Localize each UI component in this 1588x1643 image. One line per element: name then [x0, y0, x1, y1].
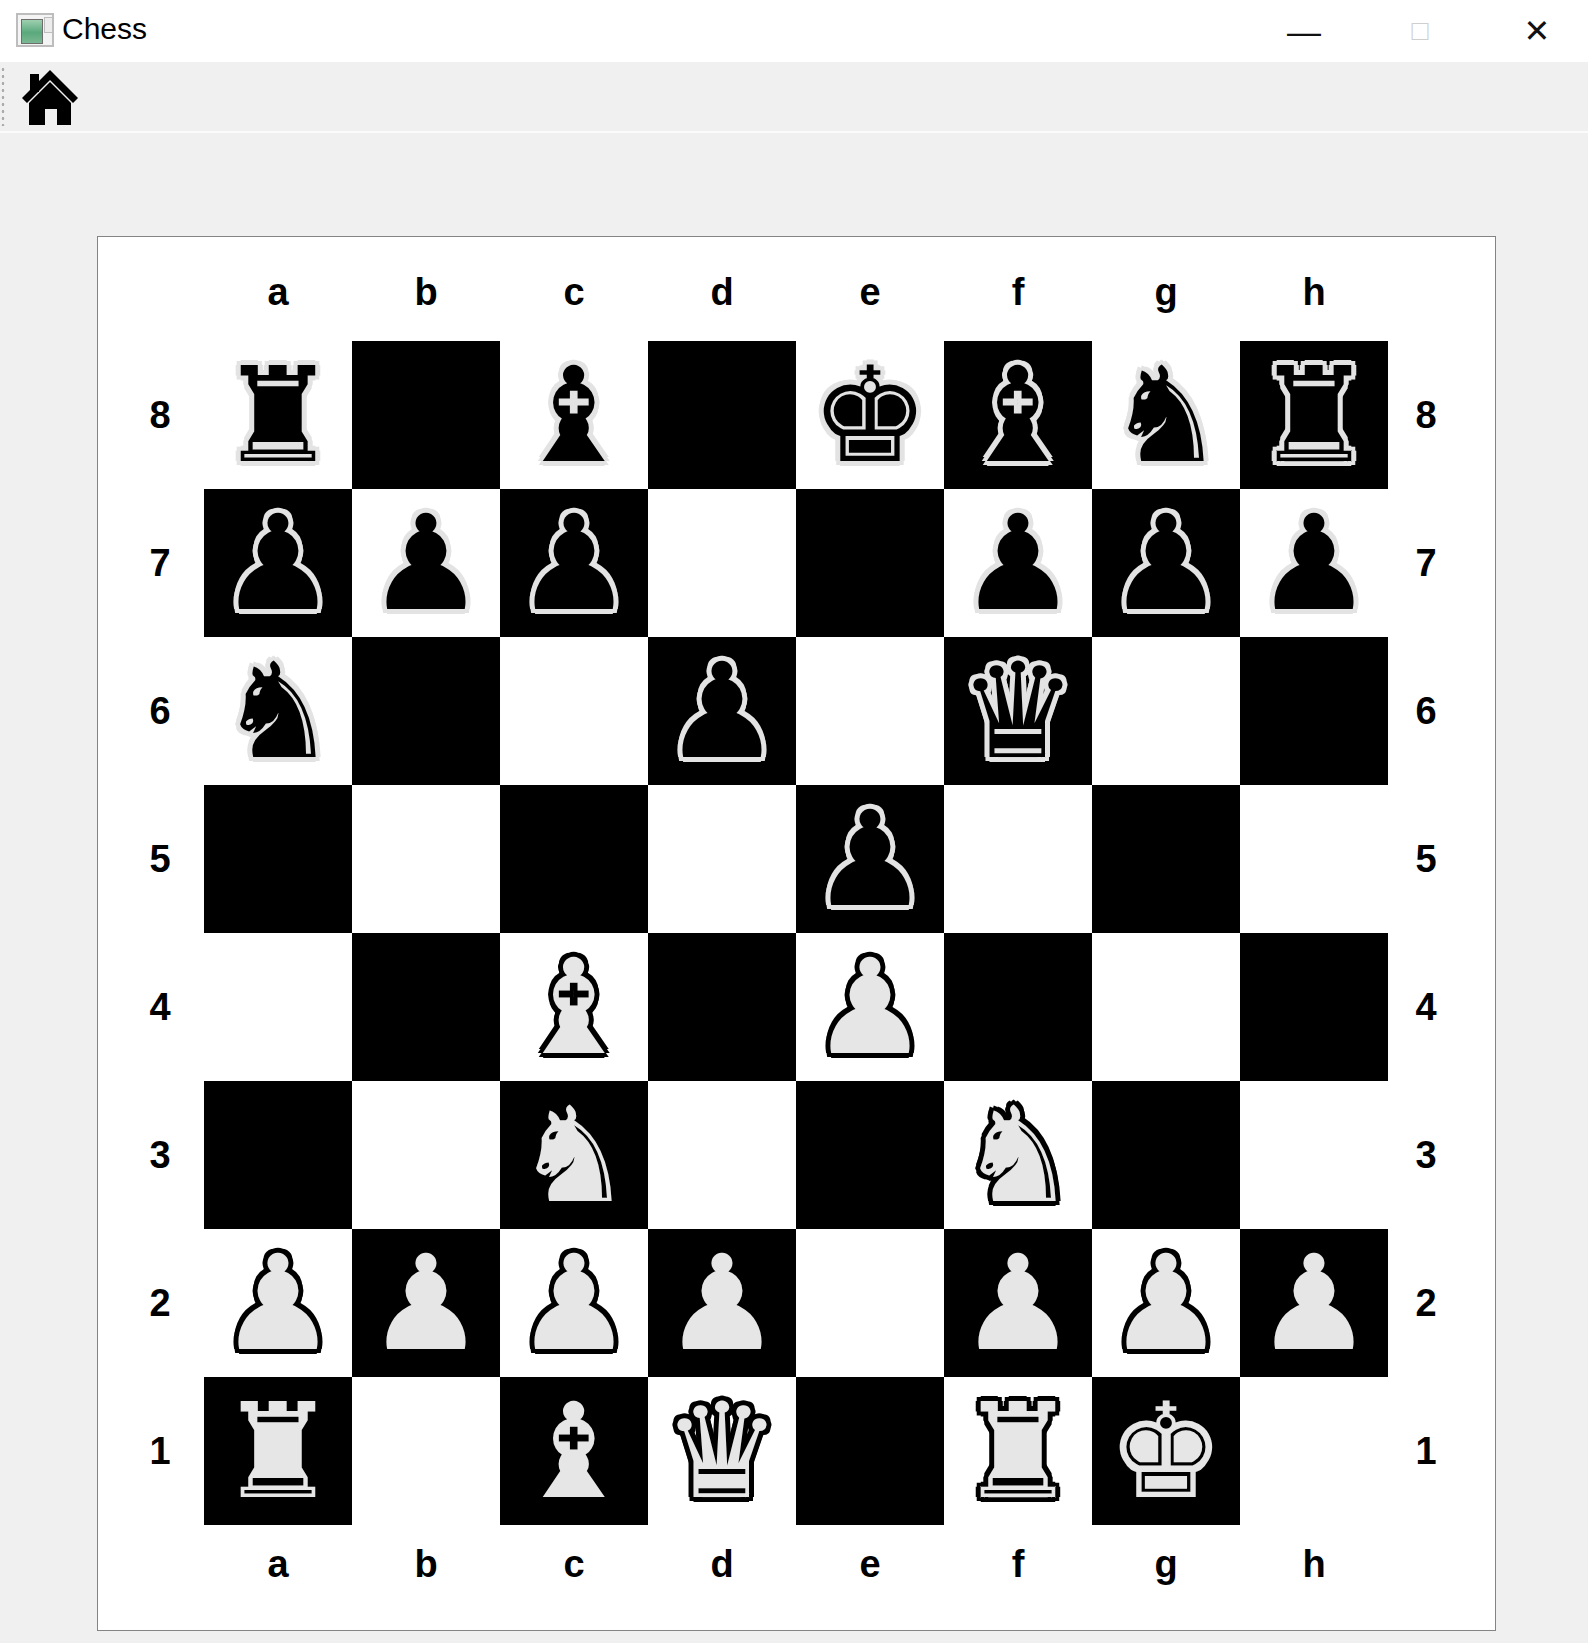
- file-label-d: d: [648, 1538, 796, 1590]
- rank-label-5: 5: [130, 785, 190, 933]
- file-label-h: h: [1240, 266, 1388, 318]
- white-pawn-f2[interactable]: ♟: [959, 1229, 1077, 1377]
- file-label-e: e: [796, 266, 944, 318]
- square-h7[interactable]: ♟: [1240, 489, 1388, 637]
- black-pawn-f7[interactable]: ♟: [959, 489, 1077, 637]
- square-a4[interactable]: [204, 933, 352, 1081]
- file-label-d: d: [648, 266, 796, 318]
- black-pawn-h7[interactable]: ♟: [1255, 489, 1373, 637]
- black-pawn-g7[interactable]: ♟: [1107, 489, 1225, 637]
- rank-label-3: 3: [1396, 1081, 1456, 1229]
- square-a8[interactable]: ♜: [204, 341, 352, 489]
- square-a2[interactable]: ♟: [204, 1229, 352, 1377]
- file-label-a: a: [204, 1538, 352, 1590]
- black-rook-a8[interactable]: ♜: [219, 341, 337, 489]
- square-f3[interactable]: ♞: [944, 1081, 1092, 1229]
- file-label-f: f: [944, 266, 1092, 318]
- title-bar: Chess — □ ✕: [0, 0, 1588, 62]
- square-c2[interactable]: ♟: [500, 1229, 648, 1377]
- white-rook-f1[interactable]: ♜: [959, 1377, 1077, 1525]
- chess-board: ♜♝♚♝♞♜♟♟♟♟♟♟♞♟♛♟♝♟♞♞♟♟♟♟♟♟♟♜♝♛♜♚: [204, 341, 1388, 1525]
- square-d2[interactable]: ♟: [648, 1229, 796, 1377]
- square-b6[interactable]: [352, 637, 500, 785]
- rank-label-2: 2: [1396, 1229, 1456, 1377]
- square-d5[interactable]: [648, 785, 796, 933]
- square-f2[interactable]: ♟: [944, 1229, 1092, 1377]
- black-pawn-e5[interactable]: ♟: [811, 785, 929, 933]
- square-e1[interactable]: [796, 1377, 944, 1525]
- square-h2[interactable]: ♟: [1240, 1229, 1388, 1377]
- square-b4[interactable]: [352, 933, 500, 1081]
- close-button[interactable]: ✕: [1502, 0, 1572, 62]
- white-bishop-c1[interactable]: ♝: [515, 1377, 633, 1525]
- square-a1[interactable]: ♜: [204, 1377, 352, 1525]
- square-g7[interactable]: ♟: [1092, 489, 1240, 637]
- square-e3[interactable]: [796, 1081, 944, 1229]
- rank-label-6: 6: [130, 637, 190, 785]
- square-g8[interactable]: ♞: [1092, 341, 1240, 489]
- toolbar-gripper[interactable]: [1, 66, 5, 126]
- square-b2[interactable]: ♟: [352, 1229, 500, 1377]
- square-g2[interactable]: ♟: [1092, 1229, 1240, 1377]
- rank-label-6: 6: [1396, 637, 1456, 785]
- square-c5[interactable]: [500, 785, 648, 933]
- app-icon: [16, 13, 54, 47]
- home-icon: [21, 69, 79, 125]
- square-e8[interactable]: ♚: [796, 341, 944, 489]
- square-f7[interactable]: ♟: [944, 489, 1092, 637]
- square-d4[interactable]: [648, 933, 796, 1081]
- black-rook-h8[interactable]: ♜: [1255, 341, 1373, 489]
- square-b1[interactable]: [352, 1377, 500, 1525]
- square-f6[interactable]: ♛: [944, 637, 1092, 785]
- square-f4[interactable]: [944, 933, 1092, 1081]
- square-b5[interactable]: [352, 785, 500, 933]
- square-a6[interactable]: ♞: [204, 637, 352, 785]
- square-b8[interactable]: [352, 341, 500, 489]
- square-d6[interactable]: ♟: [648, 637, 796, 785]
- square-g5[interactable]: [1092, 785, 1240, 933]
- square-c3[interactable]: ♞: [500, 1081, 648, 1229]
- file-label-b: b: [352, 1538, 500, 1590]
- white-knight-c3[interactable]: ♞: [515, 1081, 633, 1229]
- rank-label-4: 4: [1396, 933, 1456, 1081]
- file-label-g: g: [1092, 266, 1240, 318]
- black-queen-f6[interactable]: ♛: [959, 637, 1077, 785]
- file-label-f: f: [944, 1538, 1092, 1590]
- square-d7[interactable]: [648, 489, 796, 637]
- rank-label-7: 7: [130, 489, 190, 637]
- black-king-e8[interactable]: ♚: [811, 341, 929, 489]
- rank-label-1: 1: [1396, 1377, 1456, 1525]
- maximize-icon: □: [1412, 15, 1429, 47]
- rank-label-7: 7: [1396, 489, 1456, 637]
- square-h6[interactable]: [1240, 637, 1388, 785]
- square-a7[interactable]: ♟: [204, 489, 352, 637]
- file-label-b: b: [352, 266, 500, 318]
- white-pawn-g2[interactable]: ♟: [1107, 1229, 1225, 1377]
- square-d8[interactable]: [648, 341, 796, 489]
- square-g6[interactable]: [1092, 637, 1240, 785]
- square-c1[interactable]: ♝: [500, 1377, 648, 1525]
- square-g4[interactable]: [1092, 933, 1240, 1081]
- square-e7[interactable]: [796, 489, 944, 637]
- close-icon: ✕: [1524, 12, 1551, 50]
- app-icon-strip: [44, 17, 53, 33]
- rank-label-4: 4: [130, 933, 190, 1081]
- file-labels-top: abcdefgh: [204, 266, 1388, 318]
- rank-label-2: 2: [130, 1229, 190, 1377]
- square-b7[interactable]: ♟: [352, 489, 500, 637]
- white-pawn-b2[interactable]: ♟: [367, 1229, 485, 1377]
- black-knight-g8[interactable]: ♞: [1107, 341, 1225, 489]
- minimize-button[interactable]: —: [1269, 0, 1339, 62]
- white-bishop-c4[interactable]: ♝: [515, 933, 633, 1081]
- rank-labels-left: 87654321: [130, 341, 190, 1525]
- white-pawn-c2[interactable]: ♟: [515, 1229, 633, 1377]
- app-icon-picture: [21, 19, 43, 44]
- square-c8[interactable]: ♝: [500, 341, 648, 489]
- file-label-e: e: [796, 1538, 944, 1590]
- file-label-g: g: [1092, 1538, 1240, 1590]
- square-e4[interactable]: ♟: [796, 933, 944, 1081]
- white-pawn-d2[interactable]: ♟: [663, 1229, 781, 1377]
- square-e6[interactable]: [796, 637, 944, 785]
- maximize-button[interactable]: □: [1385, 0, 1455, 62]
- square-h5[interactable]: [1240, 785, 1388, 933]
- square-c7[interactable]: ♟: [500, 489, 648, 637]
- file-label-h: h: [1240, 1538, 1388, 1590]
- white-pawn-a2[interactable]: ♟: [219, 1229, 337, 1377]
- black-bishop-f8[interactable]: ♝: [959, 341, 1077, 489]
- square-c4[interactable]: ♝: [500, 933, 648, 1081]
- white-knight-f3[interactable]: ♞: [959, 1081, 1077, 1229]
- square-h1[interactable]: [1240, 1377, 1388, 1525]
- white-queen-d1[interactable]: ♛: [663, 1377, 781, 1525]
- file-label-c: c: [500, 1538, 648, 1590]
- black-bishop-c8[interactable]: ♝: [515, 341, 633, 489]
- square-g1[interactable]: ♚: [1092, 1377, 1240, 1525]
- black-knight-a6[interactable]: ♞: [219, 637, 337, 785]
- square-h4[interactable]: [1240, 933, 1388, 1081]
- file-label-a: a: [204, 266, 352, 318]
- black-pawn-a7[interactable]: ♟: [219, 489, 337, 637]
- square-d1[interactable]: ♛: [648, 1377, 796, 1525]
- minimize-icon: —: [1287, 12, 1321, 51]
- file-labels-bottom: abcdefgh: [204, 1538, 1388, 1590]
- square-e5[interactable]: ♟: [796, 785, 944, 933]
- rank-label-5: 5: [1396, 785, 1456, 933]
- black-pawn-c7[interactable]: ♟: [515, 489, 633, 637]
- square-h8[interactable]: ♜: [1240, 341, 1388, 489]
- white-rook-a1[interactable]: ♜: [219, 1377, 337, 1525]
- window-title: Chess: [62, 0, 147, 62]
- square-f5[interactable]: [944, 785, 1092, 933]
- white-pawn-h2[interactable]: ♟: [1255, 1229, 1373, 1377]
- file-label-c: c: [500, 266, 648, 318]
- white-pawn-e4[interactable]: ♟: [811, 933, 929, 1081]
- square-b3[interactable]: [352, 1081, 500, 1229]
- rank-label-3: 3: [130, 1081, 190, 1229]
- rank-labels-right: 87654321: [1396, 341, 1456, 1525]
- square-c6[interactable]: [500, 637, 648, 785]
- square-f8[interactable]: ♝: [944, 341, 1092, 489]
- home-button[interactable]: [18, 66, 82, 128]
- toolbar: [0, 62, 1588, 133]
- white-king-g1[interactable]: ♚: [1107, 1377, 1225, 1525]
- black-pawn-b7[interactable]: ♟: [367, 489, 485, 637]
- square-g3[interactable]: [1092, 1081, 1240, 1229]
- rank-label-8: 8: [130, 341, 190, 489]
- square-h3[interactable]: [1240, 1081, 1388, 1229]
- square-a3[interactable]: [204, 1081, 352, 1229]
- square-f1[interactable]: ♜: [944, 1377, 1092, 1525]
- square-a5[interactable]: [204, 785, 352, 933]
- black-pawn-d6[interactable]: ♟: [663, 637, 781, 785]
- rank-label-8: 8: [1396, 341, 1456, 489]
- rank-label-1: 1: [130, 1377, 190, 1525]
- square-e2[interactable]: [796, 1229, 944, 1377]
- square-d3[interactable]: [648, 1081, 796, 1229]
